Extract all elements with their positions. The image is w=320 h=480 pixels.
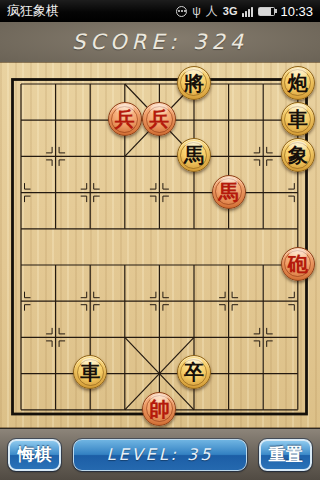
piece-char: 兵 [149,109,169,129]
piece-black-chariot[interactable]: 車 [73,355,107,389]
board-cell: 象 [280,138,315,174]
piece-black-soldier[interactable]: 卒 [177,355,211,389]
piece-char: 砲 [288,254,308,274]
xiangqi-board[interactable]: 將炮兵兵車馬象馬砲車卒帥 [0,62,320,428]
board-grid[interactable]: 將炮兵兵車馬象馬砲車卒帥 [4,66,315,428]
app-screen: 疯狂象棋 ψ 人 3G 10:33 SCORE: 324 將炮兵兵車馬象馬砲車卒… [0,0,320,480]
status-icons: ψ 人 3G 10:33 [176,4,313,19]
signal-icon [242,6,253,17]
piece-red-general[interactable]: 帥 [142,392,176,426]
piece-char: 馬 [184,145,204,165]
score-banner: SCORE: 324 [0,22,320,62]
piece-char: 車 [80,362,100,382]
usb-icon: ψ [192,5,201,17]
level-text: LEVEL: 35 [107,445,214,464]
piece-red-soldier[interactable]: 兵 [142,102,176,136]
piece-black-horse[interactable]: 馬 [177,138,211,172]
board-cell: 砲 [280,247,315,283]
piece-red-horse[interactable]: 馬 [212,175,246,209]
piece-char: 帥 [149,399,169,419]
piece-char: 象 [288,145,308,165]
level-indicator: LEVEL: 35 [73,439,247,471]
score-text: SCORE: 324 [72,30,248,54]
battery-icon [258,7,275,16]
bottom-bar: 悔棋 LEVEL: 35 重置 [0,428,320,480]
board-cell: 卒 [177,355,212,391]
board-cell: 馬 [211,174,246,210]
clock-text: 10:33 [280,4,313,19]
piece-red-cannon[interactable]: 砲 [281,247,315,281]
piece-red-soldier[interactable]: 兵 [108,102,142,136]
board-cell: 車 [73,355,108,391]
piece-char: 將 [184,73,204,93]
circle-dots-icon [176,6,187,17]
network-label: 3G [223,5,238,17]
undo-button[interactable]: 悔棋 [8,439,61,471]
piece-char: 卒 [184,362,204,382]
piece-black-general[interactable]: 將 [177,66,211,100]
status-bar: 疯狂象棋 ψ 人 3G 10:33 [0,0,320,22]
board-cell: 兵 [107,102,142,138]
board-cell: 馬 [177,138,212,174]
piece-black-cannon[interactable]: 炮 [281,66,315,100]
piece-char: 兵 [115,109,135,129]
person-icon: 人 [206,5,218,17]
piece-black-elephant[interactable]: 象 [281,138,315,172]
board-cell: 將 [177,66,212,102]
board-cell: 炮 [280,66,315,102]
board-cell: 帥 [142,392,177,428]
piece-char: 炮 [288,73,308,93]
reset-button[interactable]: 重置 [259,439,312,471]
piece-char: 車 [288,109,308,129]
board-cell: 車 [280,102,315,138]
piece-char: 馬 [219,182,239,202]
piece-black-chariot[interactable]: 車 [281,102,315,136]
app-title: 疯狂象棋 [7,2,59,20]
board-cell: 兵 [142,102,177,138]
